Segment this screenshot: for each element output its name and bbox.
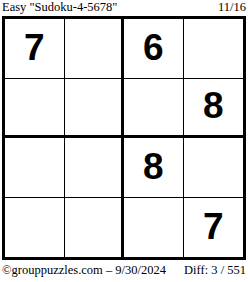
cell-r4c2[interactable] [65, 198, 125, 258]
cell-r3c2[interactable] [65, 138, 125, 198]
page-footer: ©grouppuzzles.com – 9/30/2024 Diff: 3 / … [2, 263, 246, 279]
cell-r2c2[interactable] [65, 79, 125, 139]
sudoku-board: 76887 [2, 16, 246, 260]
cell-r1c2[interactable] [65, 19, 125, 79]
cell-r2c1[interactable] [5, 79, 65, 139]
cell-r2c4: 8 [184, 79, 244, 139]
cell-r1c1: 7 [5, 19, 65, 79]
cell-r3c3: 8 [124, 138, 184, 198]
given-digit: 8 [143, 148, 164, 185]
cell-r4c1[interactable] [5, 198, 65, 258]
given-digit: 7 [203, 208, 224, 245]
given-digit: 7 [24, 29, 45, 66]
page-number: 11/16 [218, 0, 246, 14]
cell-r2c3[interactable] [124, 79, 184, 139]
difficulty-text: Diff: 3 / 551 [184, 263, 246, 278]
cell-r3c4[interactable] [184, 138, 244, 198]
copyright-text: ©grouppuzzles.com – 9/30/2024 [2, 263, 166, 278]
cell-r4c4: 7 [184, 198, 244, 258]
cell-r3c1[interactable] [5, 138, 65, 198]
cell-r1c4[interactable] [184, 19, 244, 79]
page-header: Easy "Sudoku-4-5678" 11/16 [2, 0, 246, 14]
page-title: Easy "Sudoku-4-5678" [2, 0, 117, 14]
cell-r1c3: 6 [124, 19, 184, 79]
given-digit: 8 [203, 87, 224, 124]
cell-r4c3[interactable] [124, 198, 184, 258]
given-digit: 6 [143, 29, 164, 66]
puzzle-page: Easy "Sudoku-4-5678" 11/16 76887 ©groupp… [0, 0, 248, 282]
